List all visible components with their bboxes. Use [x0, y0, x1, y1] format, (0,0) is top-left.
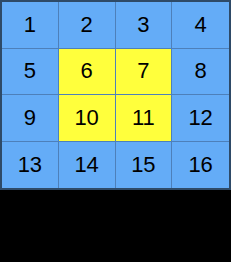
grid-cell-13[interactable]: 13 [2, 142, 59, 189]
grid-cell-5[interactable]: 5 [2, 49, 59, 96]
grid-cell-14[interactable]: 14 [59, 142, 116, 189]
grid-cell-16[interactable]: 16 [172, 142, 229, 189]
grid-cell-3[interactable]: 3 [116, 2, 173, 49]
grid-cell-15[interactable]: 15 [116, 142, 173, 189]
black-footer-band [0, 190, 231, 262]
number-grid-board: 1 2 3 4 5 6 7 8 9 10 11 12 13 14 15 16 [0, 0, 231, 190]
grid-cell-12[interactable]: 12 [172, 95, 229, 142]
grid-cell-4[interactable]: 4 [172, 2, 229, 49]
grid-cell-7[interactable]: 7 [116, 49, 173, 96]
grid-cell-8[interactable]: 8 [172, 49, 229, 96]
grid-cell-11[interactable]: 11 [116, 95, 173, 142]
grid-cell-2[interactable]: 2 [59, 2, 116, 49]
grid-cell-10[interactable]: 10 [59, 95, 116, 142]
grid-cell-1[interactable]: 1 [2, 2, 59, 49]
grid-cell-9[interactable]: 9 [2, 95, 59, 142]
grid-cell-6[interactable]: 6 [59, 49, 116, 96]
